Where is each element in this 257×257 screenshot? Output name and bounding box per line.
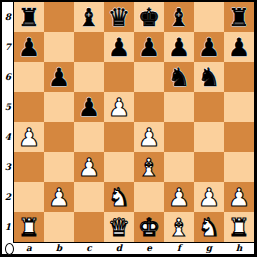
black-king: ♚ <box>138 5 160 30</box>
square-d8[interactable]: ♛ <box>104 2 134 32</box>
black-rook: ♜ <box>228 5 250 30</box>
square-g6[interactable]: ♞ <box>194 62 224 92</box>
square-a3[interactable] <box>14 152 44 182</box>
rank-label-8: 8 <box>2 2 14 32</box>
rank-label-3: 3 <box>2 152 14 182</box>
square-a6[interactable] <box>14 62 44 92</box>
diagram-inner: 87654321 ♜♝♛♚♝♜♟♟♟♟♟♟♟♞♞♟♟♟♟♟♝♟♞♟♟♟♜♛♚♝♞… <box>2 2 254 254</box>
square-b4[interactable] <box>44 122 74 152</box>
square-d6[interactable] <box>104 62 134 92</box>
black-bishop: ♝ <box>78 5 100 30</box>
black-queen: ♛ <box>108 5 130 30</box>
white-pawn: ♟ <box>228 185 250 210</box>
square-d3[interactable] <box>104 152 134 182</box>
square-g5[interactable] <box>194 92 224 122</box>
square-c2[interactable] <box>74 182 104 212</box>
file-label-c: c <box>74 242 104 254</box>
square-d1[interactable]: ♛ <box>104 212 134 242</box>
square-d5[interactable]: ♟ <box>104 92 134 122</box>
square-a2[interactable] <box>14 182 44 212</box>
square-a8[interactable]: ♜ <box>14 2 44 32</box>
square-e6[interactable] <box>134 62 164 92</box>
square-b8[interactable] <box>44 2 74 32</box>
black-knight: ♞ <box>198 65 220 90</box>
square-c3[interactable]: ♟ <box>74 152 104 182</box>
square-h2[interactable]: ♟ <box>224 182 254 212</box>
square-b5[interactable] <box>44 92 74 122</box>
square-g2[interactable]: ♟ <box>194 182 224 212</box>
square-e4[interactable]: ♟ <box>134 122 164 152</box>
rank-label-5: 5 <box>2 92 14 122</box>
white-bishop: ♝ <box>138 155 160 180</box>
square-c7[interactable] <box>74 32 104 62</box>
white-bishop: ♝ <box>168 215 190 240</box>
square-f3[interactable] <box>164 152 194 182</box>
square-c8[interactable]: ♝ <box>74 2 104 32</box>
square-e1[interactable]: ♚ <box>134 212 164 242</box>
square-b1[interactable] <box>44 212 74 242</box>
square-b6[interactable]: ♟ <box>44 62 74 92</box>
square-f7[interactable]: ♟ <box>164 32 194 62</box>
black-rook: ♜ <box>18 5 40 30</box>
white-pawn: ♟ <box>48 185 70 210</box>
square-h5[interactable] <box>224 92 254 122</box>
file-label-b: b <box>44 242 74 254</box>
black-pawn: ♟ <box>78 95 100 120</box>
square-h7[interactable]: ♟ <box>224 32 254 62</box>
square-a1[interactable]: ♜ <box>14 212 44 242</box>
square-d4[interactable] <box>104 122 134 152</box>
black-knight: ♞ <box>168 65 190 90</box>
white-rook: ♜ <box>18 215 40 240</box>
rank-label-2: 2 <box>2 182 14 212</box>
square-c6[interactable] <box>74 62 104 92</box>
square-d7[interactable]: ♟ <box>104 32 134 62</box>
square-g8[interactable] <box>194 2 224 32</box>
black-pawn: ♟ <box>168 35 190 60</box>
square-f6[interactable]: ♞ <box>164 62 194 92</box>
white-knight: ♞ <box>108 185 130 210</box>
square-e8[interactable]: ♚ <box>134 2 164 32</box>
square-e3[interactable]: ♝ <box>134 152 164 182</box>
white-pawn: ♟ <box>198 185 220 210</box>
black-pawn: ♟ <box>138 35 160 60</box>
square-b3[interactable] <box>44 152 74 182</box>
square-f1[interactable]: ♝ <box>164 212 194 242</box>
white-knight: ♞ <box>198 215 220 240</box>
rank-label-6: 6 <box>2 62 14 92</box>
white-pawn: ♟ <box>18 125 40 150</box>
rank-label-7: 7 <box>2 32 14 62</box>
file-label-h: h <box>224 242 254 254</box>
square-h4[interactable] <box>224 122 254 152</box>
square-f5[interactable] <box>164 92 194 122</box>
square-g1[interactable]: ♞ <box>194 212 224 242</box>
black-pawn: ♟ <box>228 35 250 60</box>
square-b2[interactable]: ♟ <box>44 182 74 212</box>
square-h8[interactable]: ♜ <box>224 2 254 32</box>
black-pawn: ♟ <box>48 65 70 90</box>
square-e2[interactable] <box>134 182 164 212</box>
square-b7[interactable] <box>44 32 74 62</box>
square-f4[interactable] <box>164 122 194 152</box>
white-pawn: ♟ <box>138 125 160 150</box>
square-g3[interactable] <box>194 152 224 182</box>
square-h3[interactable] <box>224 152 254 182</box>
black-bishop: ♝ <box>168 5 190 30</box>
square-e5[interactable] <box>134 92 164 122</box>
square-d2[interactable]: ♞ <box>104 182 134 212</box>
diagram-frame: 87654321 ♜♝♛♚♝♜♟♟♟♟♟♟♟♞♞♟♟♟♟♟♝♟♞♟♟♟♜♛♚♝♞… <box>0 0 257 257</box>
black-pawn: ♟ <box>108 35 130 60</box>
file-label-d: d <box>104 242 134 254</box>
file-label-a: a <box>14 242 44 254</box>
rank-label-1: 1 <box>2 212 14 242</box>
square-a7[interactable]: ♟ <box>14 32 44 62</box>
square-a5[interactable] <box>14 92 44 122</box>
black-pawn: ♟ <box>198 35 220 60</box>
white-queen: ♛ <box>108 215 130 240</box>
white-rook: ♜ <box>228 215 250 240</box>
chess-board: ♜♝♛♚♝♜♟♟♟♟♟♟♟♞♞♟♟♟♟♟♝♟♞♟♟♟♜♛♚♝♞♜ <box>14 2 254 242</box>
square-e7[interactable]: ♟ <box>134 32 164 62</box>
file-labels: abcdefgh <box>14 242 254 254</box>
square-h6[interactable] <box>224 62 254 92</box>
file-label-f: f <box>164 242 194 254</box>
white-king: ♚ <box>138 215 160 240</box>
rank-label-4: 4 <box>2 122 14 152</box>
square-a4[interactable]: ♟ <box>14 122 44 152</box>
file-label-e: e <box>134 242 164 254</box>
turn-indicator-area <box>2 242 14 254</box>
square-h1[interactable]: ♜ <box>224 212 254 242</box>
rank-labels: 87654321 <box>2 2 14 242</box>
square-c5[interactable]: ♟ <box>74 92 104 122</box>
square-g4[interactable] <box>194 122 224 152</box>
square-f8[interactable]: ♝ <box>164 2 194 32</box>
black-pawn: ♟ <box>18 35 40 60</box>
white-to-move-indicator-icon <box>5 243 14 255</box>
square-g7[interactable]: ♟ <box>194 32 224 62</box>
white-pawn: ♟ <box>78 155 100 180</box>
white-pawn: ♟ <box>108 95 130 120</box>
square-c1[interactable] <box>74 212 104 242</box>
square-f2[interactable]: ♟ <box>164 182 194 212</box>
square-c4[interactable] <box>74 122 104 152</box>
file-label-g: g <box>194 242 224 254</box>
white-pawn: ♟ <box>168 185 190 210</box>
